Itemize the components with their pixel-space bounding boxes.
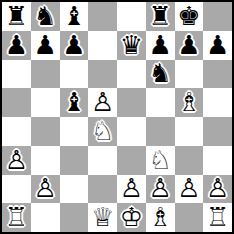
square-d7[interactable] xyxy=(88,31,117,60)
square-c4[interactable] xyxy=(60,117,89,146)
square-h1[interactable]: ♜♖ xyxy=(203,203,232,232)
square-f8[interactable]: ♜ xyxy=(146,2,175,31)
square-d2[interactable] xyxy=(88,175,117,204)
square-e4[interactable] xyxy=(117,117,146,146)
piece-outline-layer: ♙ xyxy=(175,175,204,204)
white-king-piece[interactable]: ♚♔ xyxy=(117,203,146,232)
square-f7[interactable]: ♟ xyxy=(146,31,175,60)
piece-fill-layer: ♚ xyxy=(175,2,204,31)
white-pawn-piece[interactable]: ♟♙ xyxy=(175,175,204,204)
square-f5[interactable] xyxy=(146,88,175,117)
piece-fill-layer: ♟ xyxy=(175,31,204,60)
piece-outline-layer: ♙ xyxy=(203,175,232,204)
square-a8[interactable]: ♜ xyxy=(2,2,31,31)
black-rook-piece[interactable]: ♜ xyxy=(2,2,31,31)
black-pawn-piece[interactable]: ♟ xyxy=(31,31,60,60)
square-f4[interactable] xyxy=(146,117,175,146)
square-g8[interactable]: ♚ xyxy=(175,2,204,31)
white-rook-piece[interactable]: ♜♖ xyxy=(203,203,232,232)
piece-outline-layer: ♙ xyxy=(117,175,146,204)
square-d5[interactable]: ♟♙ xyxy=(88,88,117,117)
black-bishop-piece[interactable]: ♝ xyxy=(60,88,89,117)
square-b3[interactable] xyxy=(31,146,60,175)
piece-fill-layer: ♟ xyxy=(31,31,60,60)
square-h2[interactable]: ♟♙ xyxy=(203,175,232,204)
piece-outline-layer: ♙ xyxy=(31,175,60,204)
square-b1[interactable] xyxy=(31,203,60,232)
piece-outline-layer: ♙ xyxy=(88,88,117,117)
white-pawn-piece[interactable]: ♟♙ xyxy=(146,175,175,204)
white-pawn-piece[interactable]: ♟♙ xyxy=(2,146,31,175)
square-g5[interactable]: ♝♗ xyxy=(175,88,204,117)
square-a1[interactable]: ♜♖ xyxy=(2,203,31,232)
square-a4[interactable] xyxy=(2,117,31,146)
black-knight-piece[interactable]: ♞ xyxy=(146,60,175,89)
square-b8[interactable]: ♞ xyxy=(31,2,60,31)
piece-outline-layer: ♔ xyxy=(117,203,146,232)
square-c8[interactable]: ♝ xyxy=(60,2,89,31)
square-c6[interactable] xyxy=(60,60,89,89)
piece-outline-layer: ♖ xyxy=(203,203,232,232)
black-king-piece[interactable]: ♚ xyxy=(175,2,204,31)
piece-outline-layer: ♘ xyxy=(88,117,117,146)
black-pawn-piece[interactable]: ♟ xyxy=(60,31,89,60)
square-e2[interactable]: ♟♙ xyxy=(117,175,146,204)
piece-fill-layer: ♞ xyxy=(146,60,175,89)
square-g4[interactable] xyxy=(175,117,204,146)
white-pawn-piece[interactable]: ♟♙ xyxy=(31,175,60,204)
white-bishop-piece[interactable]: ♝♗ xyxy=(175,88,204,117)
piece-outline-layer: ♖ xyxy=(2,203,31,232)
square-c5[interactable]: ♝ xyxy=(60,88,89,117)
square-b7[interactable]: ♟ xyxy=(31,31,60,60)
piece-outline-layer: ♙ xyxy=(2,146,31,175)
white-bishop-piece[interactable]: ♝♗ xyxy=(146,203,175,232)
square-h6[interactable] xyxy=(203,60,232,89)
square-b2[interactable]: ♟♙ xyxy=(31,175,60,204)
square-b6[interactable] xyxy=(31,60,60,89)
black-bishop-piece[interactable]: ♝ xyxy=(60,2,89,31)
square-e7[interactable]: ♛ xyxy=(117,31,146,60)
white-knight-piece[interactable]: ♞♘ xyxy=(88,117,117,146)
square-a3[interactable]: ♟♙ xyxy=(2,146,31,175)
square-f2[interactable]: ♟♙ xyxy=(146,175,175,204)
piece-outline-layer: ♙ xyxy=(146,175,175,204)
white-rook-piece[interactable]: ♜♖ xyxy=(2,203,31,232)
white-pawn-piece[interactable]: ♟♙ xyxy=(88,88,117,117)
white-pawn-piece[interactable]: ♟♙ xyxy=(203,175,232,204)
piece-outline-layer: ♗ xyxy=(146,203,175,232)
square-a7[interactable]: ♟ xyxy=(2,31,31,60)
piece-outline-layer: ♕ xyxy=(88,203,117,232)
piece-fill-layer: ♝ xyxy=(60,88,89,117)
square-g7[interactable]: ♟ xyxy=(175,31,204,60)
square-g2[interactable]: ♟♙ xyxy=(175,175,204,204)
black-rook-piece[interactable]: ♜ xyxy=(146,2,175,31)
square-c3[interactable] xyxy=(60,146,89,175)
square-c7[interactable]: ♟ xyxy=(60,31,89,60)
chess-board: ♜♞♝♜♚♟♟♟♛♟♟♟♞♝♟♙♝♗♞♘♟♙♞♘♟♙♟♙♟♙♟♙♟♙♜♖♛♕♚♔… xyxy=(0,0,234,234)
square-g1[interactable] xyxy=(175,203,204,232)
square-g3[interactable] xyxy=(175,146,204,175)
black-pawn-piece[interactable]: ♟ xyxy=(146,31,175,60)
square-a5[interactable] xyxy=(2,88,31,117)
black-knight-piece[interactable]: ♞ xyxy=(31,2,60,31)
square-f6[interactable]: ♞ xyxy=(146,60,175,89)
square-f3[interactable]: ♞♘ xyxy=(146,146,175,175)
piece-fill-layer: ♜ xyxy=(146,2,175,31)
square-b5[interactable] xyxy=(31,88,60,117)
square-h5[interactable] xyxy=(203,88,232,117)
piece-fill-layer: ♞ xyxy=(31,2,60,31)
black-pawn-piece[interactable]: ♟ xyxy=(175,31,204,60)
piece-fill-layer: ♟ xyxy=(60,31,89,60)
square-h8[interactable] xyxy=(203,2,232,31)
black-pawn-piece[interactable]: ♟ xyxy=(203,31,232,60)
square-g6[interactable] xyxy=(175,60,204,89)
square-c1[interactable] xyxy=(60,203,89,232)
square-a2[interactable] xyxy=(2,175,31,204)
piece-fill-layer: ♛ xyxy=(117,31,146,60)
square-d8[interactable] xyxy=(88,2,117,31)
black-pawn-piece[interactable]: ♟ xyxy=(2,31,31,60)
square-d3[interactable] xyxy=(88,146,117,175)
square-e1[interactable]: ♚♔ xyxy=(117,203,146,232)
piece-fill-layer: ♟ xyxy=(203,31,232,60)
black-queen-piece[interactable]: ♛ xyxy=(117,31,146,60)
piece-fill-layer: ♜ xyxy=(2,2,31,31)
square-c2[interactable] xyxy=(60,175,89,204)
square-f1[interactable]: ♝♗ xyxy=(146,203,175,232)
square-b4[interactable] xyxy=(31,117,60,146)
square-d6[interactable] xyxy=(88,60,117,89)
square-a6[interactable] xyxy=(2,60,31,89)
white-pawn-piece[interactable]: ♟♙ xyxy=(117,175,146,204)
piece-outline-layer: ♘ xyxy=(146,146,175,175)
square-e6[interactable] xyxy=(117,60,146,89)
piece-fill-layer: ♟ xyxy=(2,31,31,60)
square-h7[interactable]: ♟ xyxy=(203,31,232,60)
square-e8[interactable] xyxy=(117,2,146,31)
square-e3[interactable] xyxy=(117,146,146,175)
white-knight-piece[interactable]: ♞♘ xyxy=(146,146,175,175)
piece-fill-layer: ♝ xyxy=(60,2,89,31)
square-d1[interactable]: ♛♕ xyxy=(88,203,117,232)
square-h3[interactable] xyxy=(203,146,232,175)
square-h4[interactable] xyxy=(203,117,232,146)
piece-outline-layer: ♗ xyxy=(175,88,204,117)
square-d4[interactable]: ♞♘ xyxy=(88,117,117,146)
square-e5[interactable] xyxy=(117,88,146,117)
piece-fill-layer: ♟ xyxy=(146,31,175,60)
white-queen-piece[interactable]: ♛♕ xyxy=(88,203,117,232)
